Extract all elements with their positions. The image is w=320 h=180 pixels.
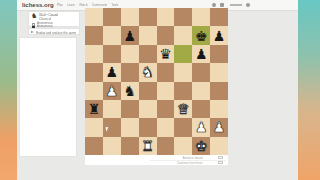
square-a3[interactable]: ♜ <box>85 100 103 118</box>
chess-board: ♟♚♟♛♟♟♞♟♞♜♛♟♟♜♚ <box>85 8 228 155</box>
square-e6[interactable]: ♛ <box>157 45 175 63</box>
square-g4[interactable] <box>192 82 210 100</box>
square-c8[interactable] <box>121 8 139 26</box>
square-c5[interactable] <box>121 63 139 81</box>
square-h1[interactable] <box>210 137 228 155</box>
square-a5[interactable] <box>85 63 103 81</box>
piece-white-knight[interactable]: ♞ <box>141 65 154 79</box>
square-b3[interactable] <box>103 100 121 118</box>
replay-link-row[interactable]: Replay and analyse this game <box>28 28 80 35</box>
game-info-line1: 30+0 • Casual <box>39 13 58 16</box>
square-d4[interactable] <box>139 82 157 100</box>
square-g8[interactable] <box>192 8 210 26</box>
nav-item-watch[interactable]: Watch <box>79 3 87 6</box>
piece-white-pawn[interactable]: ♟ <box>106 84 119 98</box>
square-e2[interactable] <box>157 118 175 136</box>
square-d5[interactable]: ♞ <box>139 63 157 81</box>
square-f4[interactable] <box>174 82 192 100</box>
square-e8[interactable] <box>157 8 175 26</box>
nav-item-community[interactable]: Community <box>92 3 107 6</box>
piece-black-rook[interactable]: ♜ <box>88 102 101 116</box>
square-e4[interactable] <box>157 82 175 100</box>
under-board-divider <box>150 160 226 161</box>
search-icon[interactable] <box>246 3 250 7</box>
square-a6[interactable] <box>85 45 103 63</box>
square-d1[interactable]: ♜ <box>139 137 157 155</box>
piece-white-rook[interactable]: ♜ <box>141 139 154 153</box>
user-menu[interactable] <box>230 4 242 6</box>
square-g2[interactable]: ♟ <box>192 118 210 136</box>
square-b7[interactable] <box>103 26 121 44</box>
under-board-bar: Analysis board Continue from here <box>85 155 228 165</box>
square-b5[interactable]: ♟ <box>103 63 121 81</box>
square-a4[interactable] <box>85 82 103 100</box>
nav-item-learn[interactable]: Learn <box>67 3 75 6</box>
piece-white-king[interactable]: ♚ <box>195 139 208 153</box>
square-f5[interactable] <box>174 63 192 81</box>
black-player-name: Anonymous <box>37 24 53 27</box>
header-icons <box>212 3 250 7</box>
square-d3[interactable] <box>139 100 157 118</box>
square-a8[interactable] <box>85 8 103 26</box>
game-info-box: ♞ 30+0 • Casual Classical Anonymous Anon… <box>28 11 80 27</box>
square-d6[interactable] <box>139 45 157 63</box>
square-c6[interactable] <box>121 45 139 63</box>
square-h4[interactable] <box>210 82 228 100</box>
square-e7[interactable] <box>157 26 175 44</box>
square-h5[interactable] <box>210 63 228 81</box>
square-f1[interactable] <box>174 137 192 155</box>
square-c7[interactable]: ♟ <box>121 26 139 44</box>
square-e1[interactable] <box>157 137 175 155</box>
square-d7[interactable] <box>139 26 157 44</box>
square-e5[interactable] <box>157 63 175 81</box>
square-f3[interactable]: ♛ <box>174 100 192 118</box>
piece-black-knight[interactable]: ♞ <box>123 84 136 98</box>
chat-panel[interactable] <box>19 37 77 157</box>
under-board-row2-label[interactable]: Continue from here <box>176 161 202 164</box>
piece-black-pawn[interactable]: ♟ <box>123 29 136 43</box>
piece-black-pawn[interactable]: ♟ <box>213 29 226 43</box>
challenge-icon[interactable] <box>212 3 216 7</box>
under-board-row2-control[interactable] <box>218 161 223 164</box>
knight-game-type-icon: ♞ <box>31 13 37 20</box>
square-d2[interactable] <box>139 118 157 136</box>
square-c1[interactable] <box>121 137 139 155</box>
square-h6[interactable] <box>210 45 228 63</box>
nav-item-play[interactable]: Play <box>57 3 63 6</box>
game-info-line2: Classical <box>39 17 51 20</box>
square-g3[interactable] <box>192 100 210 118</box>
square-g7[interactable]: ♚ <box>192 26 210 44</box>
piece-black-pawn[interactable]: ♟ <box>195 47 208 61</box>
piece-black-pawn[interactable]: ♟ <box>106 65 119 79</box>
square-c2[interactable] <box>121 118 139 136</box>
square-b4[interactable]: ♟ <box>103 82 121 100</box>
square-h3[interactable] <box>210 100 228 118</box>
square-g1[interactable]: ♚ <box>192 137 210 155</box>
square-e3[interactable] <box>157 100 175 118</box>
square-g6[interactable]: ♟ <box>192 45 210 63</box>
square-c3[interactable] <box>121 100 139 118</box>
square-d8[interactable] <box>139 8 157 26</box>
notifications-icon[interactable] <box>220 3 224 7</box>
replay-link-label: Replay and analyse this game <box>36 31 76 34</box>
square-h2[interactable]: ♟ <box>210 118 228 136</box>
square-a2[interactable] <box>85 118 103 136</box>
square-h7[interactable]: ♟ <box>210 26 228 44</box>
square-f7[interactable] <box>174 26 192 44</box>
square-f2[interactable] <box>174 118 192 136</box>
square-b8[interactable] <box>103 8 121 26</box>
nav-item-tools[interactable]: Tools <box>111 3 118 6</box>
piece-white-queen[interactable]: ♛ <box>177 102 190 116</box>
piece-black-king[interactable]: ♚ <box>195 29 208 43</box>
background-gradient-left <box>0 0 17 180</box>
main-nav: Play Learn Watch Community Tools <box>57 3 122 6</box>
square-a7[interactable] <box>85 26 103 44</box>
piece-white-pawn[interactable]: ♟ <box>213 120 226 134</box>
piece-white-pawn[interactable]: ♟ <box>195 120 208 134</box>
square-a1[interactable] <box>85 137 103 155</box>
square-c4[interactable]: ♞ <box>121 82 139 100</box>
piece-black-queen[interactable]: ♛ <box>159 47 172 61</box>
background-gradient-right <box>298 0 320 180</box>
square-f6[interactable] <box>174 45 192 63</box>
square-b1[interactable] <box>103 137 121 155</box>
square-g5[interactable] <box>192 63 210 81</box>
square-h8[interactable] <box>210 8 228 26</box>
play-triangle-icon <box>31 31 34 33</box>
square-b6[interactable] <box>103 45 121 63</box>
site-logo[interactable]: lichess.org <box>22 2 54 8</box>
square-f8[interactable] <box>174 8 192 26</box>
